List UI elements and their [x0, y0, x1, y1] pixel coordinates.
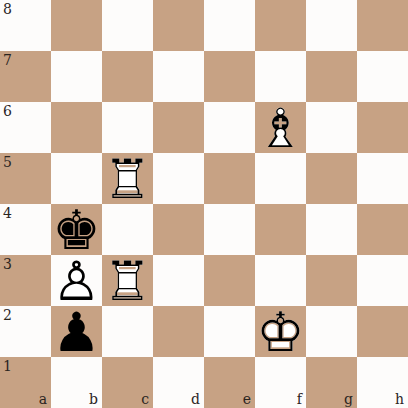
piece-white-bishop[interactable]: ♝♗: [255, 102, 306, 153]
file-label-b: b: [89, 392, 98, 406]
square-b8[interactable]: [51, 0, 102, 51]
rank-label-3: 3: [3, 257, 12, 271]
piece-white-king[interactable]: ♚♔: [255, 306, 306, 357]
square-d1[interactable]: d: [153, 357, 204, 408]
square-e6[interactable]: [204, 102, 255, 153]
square-b4[interactable]: ♚: [51, 204, 102, 255]
square-g5[interactable]: [306, 153, 357, 204]
square-b5[interactable]: [51, 153, 102, 204]
square-d2[interactable]: [153, 306, 204, 357]
piece-white-pawn[interactable]: ♟♙: [51, 255, 102, 306]
square-c2[interactable]: [102, 306, 153, 357]
square-b2[interactable]: ♟: [51, 306, 102, 357]
square-d7[interactable]: [153, 51, 204, 102]
square-e8[interactable]: [204, 0, 255, 51]
white-rook-outline-glyph: ♖: [103, 255, 151, 309]
square-e3[interactable]: [204, 255, 255, 306]
square-c5[interactable]: ♜♖: [102, 153, 153, 204]
square-f2[interactable]: ♚♔: [255, 306, 306, 357]
rank-label-8: 8: [3, 2, 12, 16]
square-h6[interactable]: [357, 102, 408, 153]
square-g6[interactable]: [306, 102, 357, 153]
square-a6[interactable]: 6: [0, 102, 51, 153]
square-a7[interactable]: 7: [0, 51, 51, 102]
square-h1[interactable]: h: [357, 357, 408, 408]
file-label-d: d: [191, 392, 200, 406]
piece-white-rook[interactable]: ♜♖: [102, 255, 153, 306]
square-c4[interactable]: [102, 204, 153, 255]
file-label-g: g: [344, 392, 353, 406]
rank-label-6: 6: [3, 104, 12, 118]
square-a8[interactable]: 8: [0, 0, 51, 51]
file-label-h: h: [395, 392, 404, 406]
file-label-f: f: [297, 392, 302, 406]
square-d6[interactable]: [153, 102, 204, 153]
white-bishop-outline-glyph: ♗: [256, 102, 304, 156]
square-g4[interactable]: [306, 204, 357, 255]
square-b6[interactable]: [51, 102, 102, 153]
square-h5[interactable]: [357, 153, 408, 204]
file-label-e: e: [243, 392, 251, 406]
piece-black-king[interactable]: ♚: [51, 204, 102, 255]
square-g2[interactable]: [306, 306, 357, 357]
square-h2[interactable]: [357, 306, 408, 357]
square-g8[interactable]: [306, 0, 357, 51]
square-d3[interactable]: [153, 255, 204, 306]
square-f7[interactable]: [255, 51, 306, 102]
square-f8[interactable]: [255, 0, 306, 51]
square-g3[interactable]: [306, 255, 357, 306]
rank-label-7: 7: [3, 53, 12, 67]
square-a3[interactable]: 3: [0, 255, 51, 306]
rank-label-5: 5: [3, 155, 12, 169]
square-c7[interactable]: [102, 51, 153, 102]
square-a1[interactable]: 1a: [0, 357, 51, 408]
square-h8[interactable]: [357, 0, 408, 51]
square-d5[interactable]: [153, 153, 204, 204]
white-rook-outline-glyph: ♖: [103, 153, 151, 207]
square-c8[interactable]: [102, 0, 153, 51]
piece-black-pawn[interactable]: ♟: [51, 306, 102, 357]
square-a2[interactable]: 2: [0, 306, 51, 357]
square-e5[interactable]: [204, 153, 255, 204]
square-b3[interactable]: ♟♙: [51, 255, 102, 306]
square-f1[interactable]: f: [255, 357, 306, 408]
square-h7[interactable]: [357, 51, 408, 102]
square-e1[interactable]: e: [204, 357, 255, 408]
square-e7[interactable]: [204, 51, 255, 102]
square-h4[interactable]: [357, 204, 408, 255]
square-a5[interactable]: 5: [0, 153, 51, 204]
rank-label-2: 2: [3, 308, 12, 322]
square-h3[interactable]: [357, 255, 408, 306]
square-c3[interactable]: ♜♖: [102, 255, 153, 306]
square-a4[interactable]: 4: [0, 204, 51, 255]
chess-board: 876♝♗5♜♖4♚3♟♙♜♖2♟♚♔1abcdefgh: [0, 0, 408, 408]
square-e4[interactable]: [204, 204, 255, 255]
rank-label-4: 4: [3, 206, 12, 220]
square-f4[interactable]: [255, 204, 306, 255]
square-b1[interactable]: b: [51, 357, 102, 408]
square-d4[interactable]: [153, 204, 204, 255]
square-f3[interactable]: [255, 255, 306, 306]
square-d8[interactable]: [153, 0, 204, 51]
rank-label-1: 1: [3, 359, 12, 373]
square-c1[interactable]: c: [102, 357, 153, 408]
square-e2[interactable]: [204, 306, 255, 357]
white-king-outline-glyph: ♔: [256, 306, 304, 360]
file-label-c: c: [141, 392, 149, 406]
square-b7[interactable]: [51, 51, 102, 102]
file-label-a: a: [39, 392, 47, 406]
square-c6[interactable]: [102, 102, 153, 153]
piece-white-rook[interactable]: ♜♖: [102, 153, 153, 204]
square-f5[interactable]: [255, 153, 306, 204]
black-pawn-glyph: ♟: [52, 306, 100, 360]
square-f6[interactable]: ♝♗: [255, 102, 306, 153]
square-g7[interactable]: [306, 51, 357, 102]
square-g1[interactable]: g: [306, 357, 357, 408]
